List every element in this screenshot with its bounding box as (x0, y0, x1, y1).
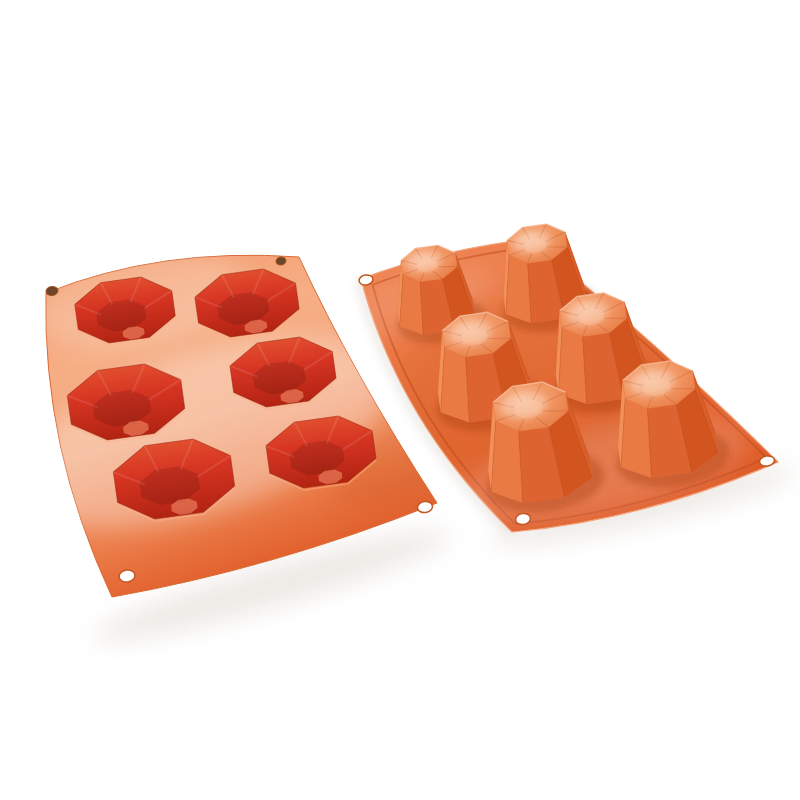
product-photo (0, 0, 800, 800)
silicone-molds-photo (0, 0, 800, 800)
